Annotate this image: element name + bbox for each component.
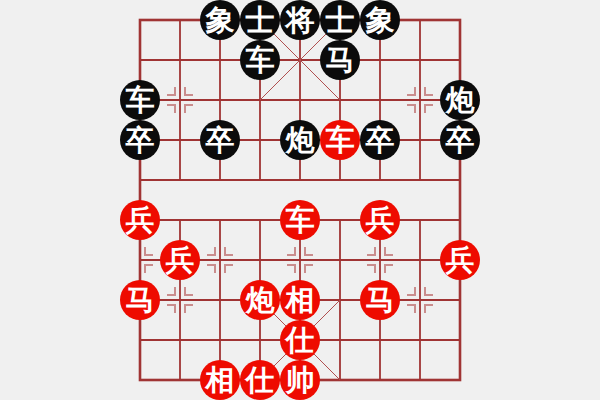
- piece-glyph: 相: [286, 280, 315, 320]
- piece-glyph: 车: [286, 200, 315, 240]
- piece-red-soldier[interactable]: 兵: [120, 200, 160, 240]
- piece-glyph: 车: [126, 80, 155, 120]
- piece-glyph: 卒: [126, 120, 155, 160]
- piece-glyph: 士: [326, 0, 355, 40]
- piece-glyph: 马: [126, 280, 155, 320]
- piece-glyph: 帅: [286, 360, 315, 400]
- piece-black-soldier[interactable]: 卒: [360, 120, 400, 160]
- piece-glyph: 兵: [446, 240, 475, 280]
- piece-black-horse[interactable]: 马: [320, 40, 360, 80]
- piece-red-soldier[interactable]: 兵: [360, 200, 400, 240]
- piece-red-advisor[interactable]: 仕: [240, 360, 280, 400]
- piece-glyph: 卒: [366, 120, 395, 160]
- piece-glyph: 马: [326, 40, 355, 80]
- piece-glyph: 士: [246, 0, 275, 40]
- piece-red-soldier[interactable]: 兵: [160, 240, 200, 280]
- piece-glyph: 车: [326, 120, 355, 160]
- piece-black-cannon[interactable]: 炮: [440, 80, 480, 120]
- piece-black-soldier[interactable]: 卒: [120, 120, 160, 160]
- piece-glyph: 卒: [206, 120, 235, 160]
- piece-black-advisor[interactable]: 士: [240, 0, 280, 40]
- piece-glyph: 象: [366, 0, 395, 40]
- piece-black-cannon[interactable]: 炮: [280, 120, 320, 160]
- piece-black-chariot[interactable]: 车: [240, 40, 280, 80]
- piece-glyph: 炮: [246, 280, 275, 320]
- piece-red-elephant[interactable]: 相: [280, 280, 320, 320]
- piece-red-horse[interactable]: 马: [360, 280, 400, 320]
- piece-glyph: 车: [246, 40, 275, 80]
- piece-glyph: 兵: [366, 200, 395, 240]
- pieces-layer: 象士将士象车马车炮卒卒炮车卒卒兵车兵兵兵马炮相马仕相仕帅: [120, 0, 480, 400]
- piece-red-chariot[interactable]: 车: [320, 120, 360, 160]
- piece-glyph: 仕: [246, 360, 275, 400]
- piece-black-chariot[interactable]: 车: [120, 80, 160, 120]
- piece-black-elephant[interactable]: 象: [360, 0, 400, 40]
- xiangqi-board[interactable]: 象士将士象车马车炮卒卒炮车卒卒兵车兵兵兵马炮相马仕相仕帅: [120, 0, 480, 400]
- piece-glyph: 炮: [446, 80, 475, 120]
- piece-glyph: 炮: [286, 120, 315, 160]
- piece-black-soldier[interactable]: 卒: [200, 120, 240, 160]
- piece-red-advisor[interactable]: 仕: [280, 320, 320, 360]
- piece-glyph: 仕: [286, 320, 315, 360]
- piece-glyph: 兵: [166, 240, 195, 280]
- xiangqi-app: 象士将士象车马车炮卒卒炮车卒卒兵车兵兵兵马炮相马仕相仕帅: [0, 0, 600, 400]
- piece-glyph: 将: [286, 0, 315, 40]
- piece-glyph: 相: [206, 360, 235, 400]
- piece-glyph: 卒: [446, 120, 475, 160]
- piece-red-general[interactable]: 帅: [280, 360, 320, 400]
- piece-black-elephant[interactable]: 象: [200, 0, 240, 40]
- piece-red-elephant[interactable]: 相: [200, 360, 240, 400]
- piece-black-soldier[interactable]: 卒: [440, 120, 480, 160]
- piece-black-advisor[interactable]: 士: [320, 0, 360, 40]
- piece-black-general[interactable]: 将: [280, 0, 320, 40]
- piece-glyph: 象: [206, 0, 235, 40]
- piece-red-horse[interactable]: 马: [120, 280, 160, 320]
- piece-red-chariot[interactable]: 车: [280, 200, 320, 240]
- piece-red-cannon[interactable]: 炮: [240, 280, 280, 320]
- piece-glyph: 马: [366, 280, 395, 320]
- piece-red-soldier[interactable]: 兵: [440, 240, 480, 280]
- piece-glyph: 兵: [126, 200, 155, 240]
